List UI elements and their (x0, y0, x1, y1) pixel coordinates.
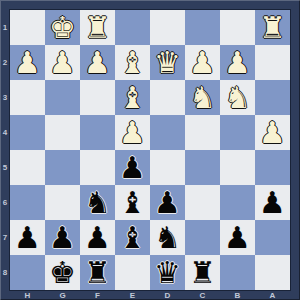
piece-black-pawn-a6[interactable]: ♟ (259, 185, 286, 220)
rank-label-8: 8 (0, 255, 10, 290)
piece-white-pawn-f2[interactable]: ♟ (84, 45, 111, 80)
square-e8[interactable] (115, 255, 150, 290)
piece-black-pawn-b7[interactable]: ♟ (224, 220, 251, 255)
piece-black-pawn-h7[interactable]: ♟ (14, 220, 41, 255)
square-g2[interactable]: ♟ (45, 45, 80, 80)
square-a4[interactable]: ♟ (255, 115, 290, 150)
piece-black-knight-d7[interactable]: ♞ (154, 220, 181, 255)
square-c1[interactable] (185, 10, 220, 45)
square-f2[interactable]: ♟ (80, 45, 115, 80)
square-g4[interactable] (45, 115, 80, 150)
square-c7[interactable] (185, 220, 220, 255)
square-a5[interactable] (255, 150, 290, 185)
square-h4[interactable] (10, 115, 45, 150)
square-e5[interactable]: ♟ (115, 150, 150, 185)
square-e3[interactable]: ♝ (115, 80, 150, 115)
square-a1[interactable]: ♜ (255, 10, 290, 45)
square-g1[interactable]: ♚ (45, 10, 80, 45)
piece-white-rook-a1[interactable]: ♜ (259, 10, 286, 45)
square-d2[interactable]: ♛ (150, 45, 185, 80)
square-c8[interactable]: ♜ (185, 255, 220, 290)
rank-label-2: 2 (0, 45, 10, 80)
square-d8[interactable]: ♛ (150, 255, 185, 290)
square-a3[interactable] (255, 80, 290, 115)
piece-white-pawn-h2[interactable]: ♟ (14, 45, 41, 80)
rank-label-1: 1 (0, 10, 10, 45)
square-c4[interactable] (185, 115, 220, 150)
square-b1[interactable] (220, 10, 255, 45)
piece-white-knight-b3[interactable]: ♞ (224, 80, 251, 115)
square-h7[interactable]: ♟ (10, 220, 45, 255)
piece-white-rook-f1[interactable]: ♜ (84, 10, 111, 45)
file-label-c: C (185, 290, 220, 300)
file-label-e: E (115, 290, 150, 300)
square-h3[interactable] (10, 80, 45, 115)
square-g5[interactable] (45, 150, 80, 185)
square-h1[interactable] (10, 10, 45, 45)
square-b6[interactable] (220, 185, 255, 220)
rank-label-4: 4 (0, 115, 10, 150)
chess-board: ♚♜♜♟♟♟♝♛♟♟♝♞♞♟♟♟♞♝♟♟♟♟♟♝♞♟♚♜♛♜ (10, 10, 290, 290)
square-e6[interactable]: ♝ (115, 185, 150, 220)
square-e4[interactable]: ♟ (115, 115, 150, 150)
square-a7[interactable] (255, 220, 290, 255)
rank-label-7: 7 (0, 220, 10, 255)
file-label-b: B (220, 290, 255, 300)
rank-label-6: 6 (0, 185, 10, 220)
square-h5[interactable] (10, 150, 45, 185)
square-b5[interactable] (220, 150, 255, 185)
square-f8[interactable]: ♜ (80, 255, 115, 290)
square-e1[interactable] (115, 10, 150, 45)
piece-black-pawn-d6[interactable]: ♟ (154, 185, 181, 220)
square-c3[interactable]: ♞ (185, 80, 220, 115)
square-f3[interactable] (80, 80, 115, 115)
piece-white-king-g1[interactable]: ♚ (49, 10, 76, 45)
square-g7[interactable]: ♟ (45, 220, 80, 255)
square-g3[interactable] (45, 80, 80, 115)
square-c5[interactable] (185, 150, 220, 185)
square-d3[interactable] (150, 80, 185, 115)
square-f6[interactable]: ♞ (80, 185, 115, 220)
piece-black-pawn-g7[interactable]: ♟ (49, 220, 76, 255)
file-label-g: G (45, 290, 80, 300)
square-b2[interactable]: ♟ (220, 45, 255, 80)
file-label-f: F (80, 290, 115, 300)
square-h6[interactable] (10, 185, 45, 220)
piece-black-knight-f6[interactable]: ♞ (84, 185, 111, 220)
square-b7[interactable]: ♟ (220, 220, 255, 255)
square-a2[interactable] (255, 45, 290, 80)
piece-white-queen-d2[interactable]: ♛ (154, 45, 181, 80)
square-d5[interactable] (150, 150, 185, 185)
square-c6[interactable] (185, 185, 220, 220)
chess-board-frame: 12345678 HGFEDCBA ♚♜♜♟♟♟♝♛♟♟♝♞♞♟♟♟♞♝♟♟♟♟… (0, 0, 300, 300)
piece-white-knight-c3[interactable]: ♞ (189, 80, 216, 115)
square-f7[interactable]: ♟ (80, 220, 115, 255)
square-g6[interactable] (45, 185, 80, 220)
square-h2[interactable]: ♟ (10, 45, 45, 80)
file-labels: HGFEDCBA (10, 290, 290, 300)
square-f1[interactable]: ♜ (80, 10, 115, 45)
square-b3[interactable]: ♞ (220, 80, 255, 115)
square-f4[interactable] (80, 115, 115, 150)
square-d6[interactable]: ♟ (150, 185, 185, 220)
square-e2[interactable]: ♝ (115, 45, 150, 80)
piece-white-bishop-e3[interactable]: ♝ (119, 80, 146, 115)
rank-label-3: 3 (0, 80, 10, 115)
square-b8[interactable] (220, 255, 255, 290)
square-e7[interactable]: ♝ (115, 220, 150, 255)
square-h8[interactable] (10, 255, 45, 290)
piece-white-bishop-e2[interactable]: ♝ (119, 45, 146, 80)
piece-black-bishop-e6[interactable]: ♝ (119, 185, 146, 220)
file-label-d: D (150, 290, 185, 300)
square-d4[interactable] (150, 115, 185, 150)
square-g8[interactable]: ♚ (45, 255, 80, 290)
rank-label-5: 5 (0, 150, 10, 185)
piece-black-pawn-f7[interactable]: ♟ (84, 220, 111, 255)
piece-black-king-g8[interactable]: ♚ (49, 255, 76, 290)
piece-black-rook-f8[interactable]: ♜ (84, 255, 111, 290)
square-a8[interactable] (255, 255, 290, 290)
square-f5[interactable] (80, 150, 115, 185)
piece-white-pawn-g2[interactable]: ♟ (49, 45, 76, 80)
square-b4[interactable] (220, 115, 255, 150)
square-d1[interactable] (150, 10, 185, 45)
square-d7[interactable]: ♞ (150, 220, 185, 255)
piece-white-pawn-a4[interactable]: ♟ (259, 115, 286, 150)
piece-black-rook-c8[interactable]: ♜ (189, 255, 216, 290)
rank-labels: 12345678 (0, 10, 10, 290)
piece-white-pawn-b2[interactable]: ♟ (224, 45, 251, 80)
square-a6[interactable]: ♟ (255, 185, 290, 220)
piece-white-pawn-e4[interactable]: ♟ (119, 115, 146, 150)
piece-black-queen-d8[interactable]: ♛ (154, 255, 181, 290)
piece-black-bishop-e7[interactable]: ♝ (119, 220, 146, 255)
file-label-a: A (255, 290, 290, 300)
piece-white-pawn-c2[interactable]: ♟ (189, 45, 216, 80)
square-c2[interactable]: ♟ (185, 45, 220, 80)
piece-black-pawn-e5[interactable]: ♟ (119, 150, 146, 185)
file-label-h: H (10, 290, 45, 300)
